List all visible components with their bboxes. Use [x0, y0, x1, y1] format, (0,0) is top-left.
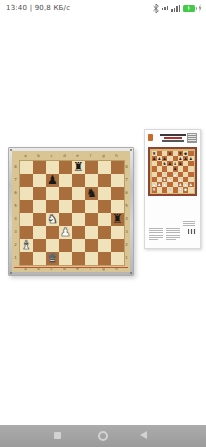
demo-chess-board[interactable]: abcdefgh abcdefgh 87654321 87654321 ♜♟♞♞… [8, 147, 134, 276]
square-c4: ♞ [46, 213, 59, 226]
charging-icon [198, 4, 202, 12]
square-f4 [85, 213, 98, 226]
brand-logo-icon [148, 134, 153, 141]
footnote-column [149, 228, 163, 240]
bluetooth-icon [153, 4, 159, 13]
file-labels-top: abcdefgh [19, 152, 123, 160]
square-d2 [59, 239, 72, 252]
square-f8 [85, 161, 98, 174]
frame-screw-icon [130, 149, 132, 151]
square-f5 [85, 200, 98, 213]
square-h2 [111, 239, 124, 252]
square-g1 [98, 252, 111, 265]
square-b6 [33, 187, 46, 200]
sheet-caption-line [162, 140, 184, 142]
recents-square-icon[interactable] [54, 432, 61, 439]
status-bar: 13:40 | 90,8 КБ/с [0, 0, 206, 16]
square-c6 [46, 187, 59, 200]
black-rook[interactable]: ♜ [111, 213, 124, 226]
square-g8 [98, 161, 111, 174]
square-b7 [33, 174, 46, 187]
square-d1 [59, 252, 72, 265]
square-b3 [33, 226, 46, 239]
square-d6 [59, 187, 72, 200]
square-g5 [98, 200, 111, 213]
footnote-column [183, 221, 195, 226]
square-c7: ♟ [46, 174, 59, 187]
square-g2 [98, 239, 111, 252]
white-bishop[interactable]: ♝ [20, 239, 33, 252]
battery-icon [183, 5, 195, 12]
qr-table-icon [187, 133, 197, 143]
frame-screw-icon [10, 272, 12, 274]
square-e3 [72, 226, 85, 239]
square-d7 [59, 174, 72, 187]
main-board-squares: ♜♟♞♞♜♟♝♛ [19, 160, 125, 266]
square-f6: ♞ [85, 187, 98, 200]
square-b1 [33, 252, 46, 265]
square-e2 [72, 239, 85, 252]
square-g6 [98, 187, 111, 200]
square-d8 [59, 161, 72, 174]
product-sheet-thumbnail[interactable]: ♜♛♜♚♟♟♟♟♟♟♞♟♝♞♟♝♟♞♟♞♟♟♟♟♟♟♜♛♜♚ [144, 129, 201, 249]
square-d3: ♟ [59, 226, 72, 239]
black-knight[interactable]: ♞ [85, 187, 98, 200]
square-a2: ♝ [20, 239, 33, 252]
square-e4 [72, 213, 85, 226]
diagram-square [188, 187, 193, 192]
square-f3 [85, 226, 98, 239]
square-h8 [111, 161, 124, 174]
square-b8 [33, 161, 46, 174]
square-h1 [111, 252, 124, 265]
footnote-column [166, 228, 180, 240]
square-c1: ♛ [46, 252, 59, 265]
android-nav-bar [0, 425, 206, 447]
square-g4 [98, 213, 111, 226]
square-h6 [111, 187, 124, 200]
square-e1 [72, 252, 85, 265]
frame-screw-icon [130, 272, 132, 274]
square-b4 [33, 213, 46, 226]
diagram-squares: ♜♛♜♚♟♟♟♟♟♟♞♟♝♞♟♝♟♞♟♞♟♟♟♟♟♟♜♛♜♚ [152, 151, 194, 193]
status-icons [153, 3, 203, 13]
square-a1 [20, 252, 33, 265]
home-circle-icon[interactable] [98, 431, 108, 441]
separator: | [30, 4, 33, 12]
square-a7 [20, 174, 33, 187]
sheet-subtitle-line [164, 137, 182, 139]
square-a4 [20, 213, 33, 226]
product-photo-area[interactable]: abcdefgh abcdefgh 87654321 87654321 ♜♟♞♞… [0, 16, 206, 416]
square-e6 [72, 187, 85, 200]
white-queen[interactable]: ♛ [46, 252, 59, 265]
white-pawn[interactable]: ♟ [59, 226, 72, 239]
accent-line [14, 267, 128, 268]
square-a8 [20, 161, 33, 174]
square-b5 [33, 200, 46, 213]
sheet-title-line [160, 134, 186, 136]
rank-labels-left: 87654321 [12, 160, 19, 264]
square-d5 [59, 200, 72, 213]
barcode-icon [188, 229, 196, 234]
square-h4: ♜ [111, 213, 124, 226]
network-speed: 90,8 КБ/с [35, 4, 71, 12]
square-e7 [72, 174, 85, 187]
signal-icon [162, 6, 169, 11]
black-pawn[interactable]: ♟ [46, 174, 59, 187]
square-a5 [20, 200, 33, 213]
square-e8: ♜ [72, 161, 85, 174]
square-f2 [85, 239, 98, 252]
square-a6 [20, 187, 33, 200]
square-c3 [46, 226, 59, 239]
back-triangle-icon[interactable] [140, 431, 147, 439]
square-g3 [98, 226, 111, 239]
diagram-board: ♜♛♜♚♟♟♟♟♟♟♞♟♝♞♟♝♟♞♟♞♟♟♟♟♟♟♜♛♜♚ [148, 147, 197, 196]
square-e5 [72, 200, 85, 213]
square-b2 [33, 239, 46, 252]
square-h3 [111, 226, 124, 239]
battery-bolt-icon [187, 5, 191, 11]
square-g7 [98, 174, 111, 187]
white-knight[interactable]: ♞ [46, 213, 59, 226]
wifi-signal-icon [171, 5, 180, 12]
square-f1 [85, 252, 98, 265]
square-h7 [111, 174, 124, 187]
status-time-speed: 13:40 | 90,8 КБ/с [6, 4, 70, 12]
black-rook[interactable]: ♜ [72, 161, 85, 174]
clock: 13:40 [6, 4, 27, 12]
